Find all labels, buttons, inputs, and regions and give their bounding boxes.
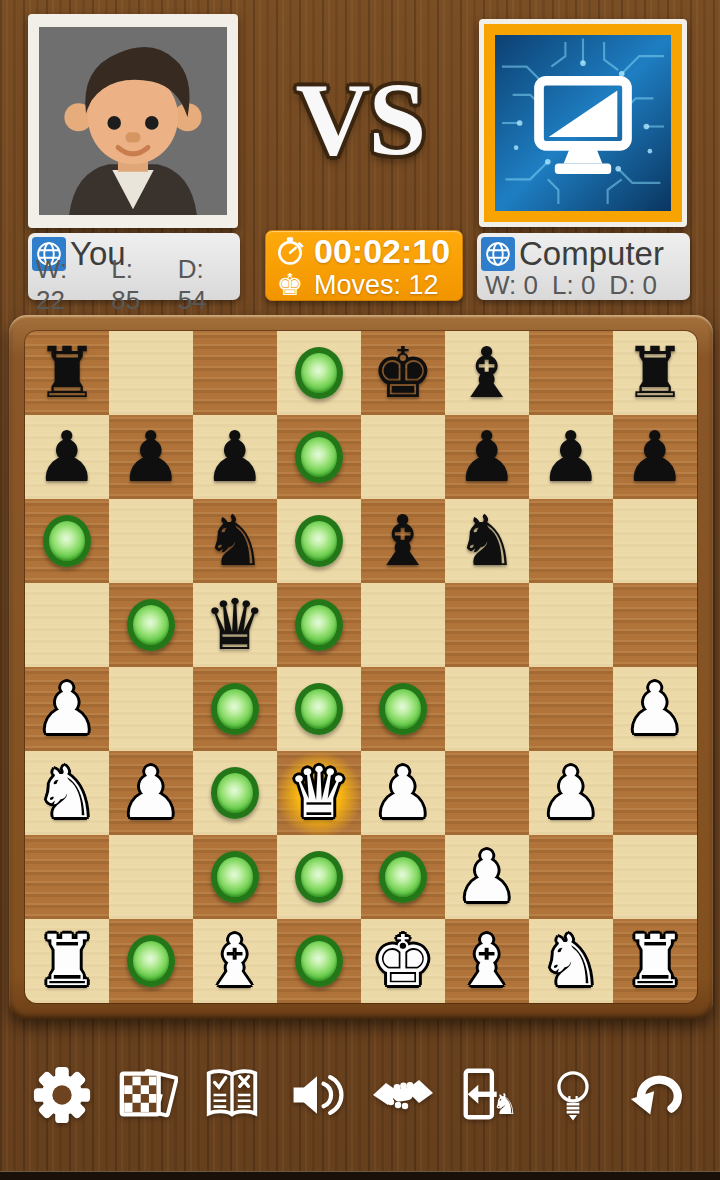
square-h8[interactable]: ♜ (613, 331, 697, 415)
speaker-icon (287, 1065, 347, 1125)
piece-white-rook[interactable]: ♜ (624, 919, 687, 1003)
piece-white-pawn[interactable]: ♟ (36, 667, 99, 751)
hint-button[interactable] (541, 1063, 605, 1127)
piece-black-pawn[interactable]: ♟ (204, 415, 267, 499)
square-b7[interactable]: ♟ (109, 415, 193, 499)
square-h2[interactable] (613, 835, 697, 919)
rules-button[interactable] (200, 1063, 264, 1127)
exit-door-knight-icon: ♞ (457, 1064, 519, 1126)
legal-move-dot[interactable] (295, 515, 343, 567)
square-b8[interactable] (109, 331, 193, 415)
square-f3[interactable] (445, 751, 529, 835)
piece-white-knight[interactable]: ♞ (36, 751, 99, 835)
square-c5[interactable]: ♛ (193, 583, 277, 667)
piece-white-king[interactable]: ♚ (372, 919, 435, 1003)
piece-black-bishop[interactable]: ♝ (456, 331, 519, 415)
legal-move-dot[interactable] (379, 851, 427, 903)
square-a3[interactable]: ♞ (25, 751, 109, 835)
piece-white-pawn[interactable]: ♟ (456, 835, 519, 919)
piece-black-bishop[interactable]: ♝ (372, 499, 435, 583)
handshake-icon (371, 1062, 435, 1128)
square-a4[interactable]: ♟ (25, 667, 109, 751)
king-icon: ♚ (274, 270, 306, 300)
human-draws: D: 54 (178, 254, 234, 316)
square-g5[interactable] (529, 583, 613, 667)
legal-move-dot[interactable] (295, 935, 343, 987)
square-e3[interactable]: ♟ (361, 751, 445, 835)
square-d2[interactable] (277, 835, 361, 919)
legal-move-dot[interactable] (127, 935, 175, 987)
sound-button[interactable] (285, 1063, 349, 1127)
piece-white-pawn[interactable]: ♟ (540, 751, 603, 835)
square-d5[interactable] (277, 583, 361, 667)
human-losses: L: 85 (111, 254, 163, 316)
game-timer-panel: 00:02:10 ♚ Moves: 12 (265, 230, 463, 301)
offer-draw-button[interactable] (371, 1063, 435, 1127)
legal-move-dot[interactable] (295, 347, 343, 399)
square-a1[interactable]: ♜ (25, 919, 109, 1003)
square-c8[interactable] (193, 331, 277, 415)
square-e1[interactable]: ♚ (361, 919, 445, 1003)
square-g1[interactable]: ♞ (529, 919, 613, 1003)
legal-move-dot[interactable] (211, 851, 259, 903)
bottom-system-bar (0, 1171, 720, 1180)
piece-black-knight[interactable]: ♞ (456, 499, 519, 583)
legal-move-dot[interactable] (127, 599, 175, 651)
legal-move-dot[interactable] (295, 851, 343, 903)
square-g4[interactable] (529, 667, 613, 751)
square-b6[interactable] (109, 499, 193, 583)
square-g3[interactable]: ♟ (529, 751, 613, 835)
piece-white-rook[interactable]: ♜ (36, 919, 99, 1003)
square-e5[interactable] (361, 583, 445, 667)
square-f7[interactable]: ♟ (445, 415, 529, 499)
computer-losses: L: 0 (552, 270, 595, 301)
piece-white-pawn[interactable]: ♟ (120, 751, 183, 835)
square-h5[interactable] (613, 583, 697, 667)
square-g2[interactable] (529, 835, 613, 919)
square-b5[interactable] (109, 583, 193, 667)
computer-draws: D: 0 (609, 270, 657, 301)
square-a5[interactable] (25, 583, 109, 667)
square-e7[interactable] (361, 415, 445, 499)
square-e6[interactable]: ♝ (361, 499, 445, 583)
square-b3[interactable]: ♟ (109, 751, 193, 835)
square-h7[interactable]: ♟ (613, 415, 697, 499)
square-g6[interactable] (529, 499, 613, 583)
legal-move-dot[interactable] (295, 599, 343, 651)
legal-move-dot[interactable] (211, 767, 259, 819)
rules-book-icon (201, 1064, 263, 1126)
piece-black-pawn[interactable]: ♟ (540, 415, 603, 499)
square-a8[interactable]: ♜ (25, 331, 109, 415)
exit-button[interactable]: ♞ (456, 1063, 520, 1127)
legal-move-dot[interactable] (295, 431, 343, 483)
legal-move-dot[interactable] (379, 683, 427, 735)
undo-button[interactable] (626, 1063, 690, 1127)
globe-icon (481, 237, 515, 271)
piece-white-bishop[interactable]: ♝ (204, 919, 267, 1003)
square-h4[interactable]: ♟ (613, 667, 697, 751)
undo-arrow-icon (627, 1064, 689, 1126)
square-e2[interactable] (361, 835, 445, 919)
square-g7[interactable]: ♟ (529, 415, 613, 499)
piece-black-pawn[interactable]: ♟ (624, 415, 687, 499)
clock-value: 00:02:10 (314, 232, 450, 271)
human-record: W: 22 L: 85 D: 54 (32, 272, 234, 298)
square-f6[interactable]: ♞ (445, 499, 529, 583)
square-h3[interactable] (613, 751, 697, 835)
square-f1[interactable]: ♝ (445, 919, 529, 1003)
square-c3[interactable] (193, 751, 277, 835)
legal-move-dot[interactable] (43, 515, 91, 567)
legal-move-dot[interactable] (211, 683, 259, 735)
computer-stats-panel: Computer W: 0 L: 0 D: 0 (477, 233, 690, 300)
square-a7[interactable]: ♟ (25, 415, 109, 499)
square-d3[interactable]: ♛ (277, 751, 361, 835)
human-wins: W: 22 (36, 254, 97, 316)
piece-white-queen[interactable]: ♛ (288, 751, 351, 835)
square-f4[interactable] (445, 667, 529, 751)
piece-black-pawn[interactable]: ♟ (120, 415, 183, 499)
square-d7[interactable] (277, 415, 361, 499)
svg-text:♞: ♞ (492, 1087, 518, 1121)
lightbulb-icon (544, 1066, 602, 1124)
human-avatar (39, 25, 227, 217)
chess-app-screen: { "game": "chess", "position": { "fen": … (0, 0, 720, 1180)
square-c7[interactable]: ♟ (193, 415, 277, 499)
piece-black-queen[interactable]: ♛ (204, 583, 267, 667)
square-b1[interactable] (109, 919, 193, 1003)
piece-white-pawn[interactable]: ♟ (624, 667, 687, 751)
square-b2[interactable] (109, 835, 193, 919)
square-d1[interactable] (277, 919, 361, 1003)
piece-white-bishop[interactable]: ♝ (456, 919, 519, 1003)
moves-count: Moves: 12 (314, 270, 439, 301)
square-e8[interactable]: ♚ (361, 331, 445, 415)
square-c6[interactable]: ♞ (193, 499, 277, 583)
piece-black-pawn[interactable]: ♟ (36, 415, 99, 499)
chess-board: ♜♚♝♜♟♟♟♟♟♟♞♝♞♛♟♟♞♟♛♟♟♟♜♝♚♝♞♜ (25, 331, 697, 1003)
square-c2[interactable] (193, 835, 277, 919)
square-d4[interactable] (277, 667, 361, 751)
board-frame: ♜♚♝♜♟♟♟♟♟♟♞♝♞♛♟♟♞♟♛♟♟♟♜♝♚♝♞♜ (9, 315, 713, 1019)
bottom-toolbar: ♞ (0, 1040, 720, 1150)
computer-wins: W: 0 (485, 270, 538, 301)
piece-black-rook[interactable]: ♜ (624, 331, 687, 415)
square-a2[interactable] (25, 835, 109, 919)
square-a6[interactable] (25, 499, 109, 583)
square-b4[interactable] (109, 667, 193, 751)
piece-white-knight[interactable]: ♞ (540, 919, 603, 1003)
square-c4[interactable] (193, 667, 277, 751)
legal-move-dot[interactable] (295, 683, 343, 735)
square-d8[interactable] (277, 331, 361, 415)
square-h6[interactable] (613, 499, 697, 583)
active-turn-border (484, 24, 682, 222)
computer-avatar-frame (479, 19, 687, 227)
square-c1[interactable]: ♝ (193, 919, 277, 1003)
square-f5[interactable] (445, 583, 529, 667)
square-g8[interactable] (529, 331, 613, 415)
gear-icon (31, 1064, 93, 1126)
square-f8[interactable]: ♝ (445, 331, 529, 415)
board-themes-button[interactable] (115, 1063, 179, 1127)
square-h1[interactable]: ♜ (613, 919, 697, 1003)
computer-avatar (495, 35, 671, 211)
chessboards-icon (116, 1064, 178, 1126)
computer-record: W: 0 L: 0 D: 0 (481, 272, 684, 298)
square-d6[interactable] (277, 499, 361, 583)
piece-black-pawn[interactable]: ♟ (456, 415, 519, 499)
human-stats-panel: You W: 22 L: 85 D: 54 (28, 233, 240, 300)
piece-black-rook[interactable]: ♜ (36, 331, 99, 415)
computer-name: Computer (519, 235, 664, 273)
vs-label: VS (255, 62, 465, 176)
piece-black-king[interactable]: ♚ (372, 331, 435, 415)
square-f2[interactable]: ♟ (445, 835, 529, 919)
human-avatar-frame (28, 14, 238, 228)
square-e4[interactable] (361, 667, 445, 751)
settings-button[interactable] (30, 1063, 94, 1127)
piece-white-pawn[interactable]: ♟ (372, 751, 435, 835)
piece-black-knight[interactable]: ♞ (204, 499, 267, 583)
stopwatch-icon (274, 235, 306, 267)
